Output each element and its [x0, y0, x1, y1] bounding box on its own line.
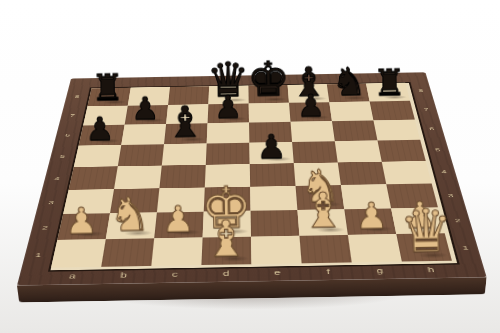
square-b2[interactable]: ♞ [106, 212, 157, 239]
square-e2[interactable] [251, 210, 300, 237]
black-knight[interactable]: ♞ [331, 63, 366, 102]
rank-label-left-3: 3 [39, 190, 64, 215]
file-label-c: c [148, 270, 200, 282]
square-g4[interactable] [338, 162, 387, 185]
file-label-a: a [45, 272, 98, 284]
black-pawn[interactable]: ♟ [131, 93, 159, 124]
square-a5[interactable] [74, 145, 122, 167]
square-c2[interactable]: ♟ [154, 212, 204, 239]
square-d5[interactable] [206, 143, 250, 165]
rank-label-left-5: 5 [51, 145, 74, 167]
square-b1[interactable] [101, 238, 154, 267]
rank-label-left-4: 4 [45, 167, 69, 190]
black-king[interactable]: ♚ [247, 55, 291, 103]
board-frame: ♜♛♚♝♞♜♟♟♟♟♝♟♞♟♞♟♚♝♟♟♝♛ abcdefgh 87654321… [17, 72, 487, 285]
file-label-h: h [405, 266, 459, 277]
black-pawn[interactable]: ♟ [297, 90, 325, 121]
rank-label-left-6: 6 [56, 125, 78, 146]
white-bishop[interactable]: ♝ [203, 214, 249, 265]
square-c6[interactable]: ♝ [164, 123, 208, 144]
black-pawn[interactable]: ♟ [214, 91, 242, 122]
square-b6[interactable] [121, 124, 166, 145]
square-e8[interactable]: ♚ [248, 85, 289, 104]
rank-label-left-1: 1 [25, 241, 52, 269]
square-c1[interactable] [151, 237, 202, 265]
square-b7[interactable]: ♟ [125, 105, 168, 125]
black-rook[interactable]: ♜ [373, 64, 407, 101]
square-c5[interactable] [162, 143, 207, 165]
square-h8[interactable]: ♜ [366, 83, 410, 102]
black-bishop[interactable]: ♝ [166, 100, 205, 143]
square-e3[interactable] [250, 186, 297, 211]
white-pawn[interactable]: ♟ [65, 202, 98, 239]
square-g1[interactable] [348, 234, 402, 262]
rank-label-left-2: 2 [32, 215, 58, 242]
square-f6[interactable] [291, 121, 335, 142]
white-pawn[interactable]: ♟ [355, 197, 388, 234]
square-g6[interactable] [332, 120, 377, 141]
square-f7[interactable]: ♟ [289, 102, 332, 122]
square-g7[interactable] [329, 101, 373, 121]
rank-label-left-7: 7 [62, 106, 83, 126]
playing-area: ♜♛♚♝♞♜♟♟♟♟♝♟♞♟♞♟♚♝♟♟♝♛ [48, 82, 460, 272]
square-f1[interactable] [299, 235, 351, 263]
square-d6[interactable] [207, 123, 250, 144]
white-bishop[interactable]: ♝ [301, 186, 345, 235]
square-a2[interactable]: ♟ [57, 213, 110, 240]
square-h6[interactable] [373, 120, 420, 141]
square-c4[interactable] [159, 165, 205, 189]
file-label-d: d [200, 269, 252, 281]
square-h7[interactable] [370, 101, 415, 121]
square-a4[interactable] [69, 166, 118, 190]
white-pawn[interactable]: ♟ [162, 201, 195, 238]
file-label-e: e [252, 269, 304, 281]
board-grid: ♜♛♚♝♞♜♟♟♟♟♝♟♞♟♞♟♚♝♟♟♝♛ [51, 83, 452, 268]
square-a8[interactable]: ♜ [87, 88, 130, 107]
square-g5[interactable] [335, 140, 382, 162]
square-g2[interactable]: ♟ [344, 208, 396, 235]
square-e7[interactable] [249, 103, 291, 123]
file-label-b: b [97, 271, 150, 283]
square-g8[interactable]: ♞ [327, 84, 370, 103]
square-a6[interactable]: ♟ [79, 125, 125, 146]
square-d7[interactable]: ♟ [208, 104, 249, 124]
file-label-g: g [354, 267, 407, 279]
chessboard: ♜♛♚♝♞♜♟♟♟♟♝♟♞♟♞♟♚♝♟♟♝♛ abcdefgh 87654321… [17, 72, 487, 285]
square-h4[interactable] [382, 161, 432, 184]
black-rook[interactable]: ♜ [91, 69, 124, 106]
white-knight[interactable]: ♞ [109, 192, 151, 239]
square-b5[interactable] [118, 144, 164, 166]
black-pawn[interactable]: ♟ [256, 130, 286, 163]
square-e5[interactable]: ♟ [249, 142, 293, 164]
white-queen[interactable]: ♛ [399, 201, 453, 261]
black-pawn[interactable]: ♟ [85, 113, 114, 145]
rank-label-right-8: 8 [410, 82, 431, 100]
square-a1[interactable] [51, 239, 106, 268]
square-e1[interactable] [251, 236, 302, 264]
square-h5[interactable] [377, 140, 425, 162]
square-d1[interactable]: ♝ [201, 237, 251, 265]
square-h1[interactable]: ♛ [396, 233, 452, 261]
square-b4[interactable] [114, 166, 162, 190]
square-e4[interactable] [250, 163, 296, 186]
square-f5[interactable] [292, 141, 338, 163]
rank-label-left-8: 8 [67, 88, 88, 106]
file-label-f: f [303, 268, 355, 280]
chessboard-scene: ♜♛♚♝♞♜♟♟♟♟♝♟♞♟♞♟♚♝♟♟♝♛ abcdefgh 87654321… [31, 0, 468, 333]
square-f2[interactable]: ♝ [297, 209, 347, 236]
